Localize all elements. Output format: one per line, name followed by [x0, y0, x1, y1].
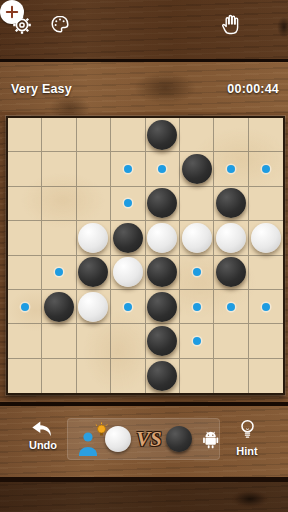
board-cell-r2c2[interactable]	[77, 187, 111, 221]
board-cell-r0c4[interactable]	[146, 118, 180, 152]
players-panel: VS	[67, 418, 220, 460]
vs-label: VS	[136, 429, 162, 450]
board-cell-r0c3[interactable]	[111, 118, 145, 152]
board-cell-r4c4[interactable]	[146, 256, 180, 290]
board-cell-r2c6[interactable]	[214, 187, 248, 221]
move-marker-dot	[193, 337, 201, 345]
board-cell-r5c2[interactable]	[77, 290, 111, 324]
undo-arrow-icon	[31, 421, 55, 437]
board-cell-r6c4[interactable]	[146, 324, 180, 358]
board-cell-r4c5[interactable]	[180, 256, 214, 290]
board-cell-r3c5[interactable]	[180, 221, 214, 255]
pause-hand-button[interactable]	[221, 13, 242, 35]
board-cell-r2c7[interactable]	[249, 187, 283, 221]
gear-icon	[12, 15, 32, 35]
board-cell-r4c1[interactable]	[42, 256, 76, 290]
board-cell-r2c5[interactable]	[180, 187, 214, 221]
board-cell-r6c2[interactable]	[77, 324, 111, 358]
move-marker-dot	[124, 199, 132, 207]
board-cell-r7c5[interactable]	[180, 359, 214, 393]
board-cell-r0c1[interactable]	[42, 118, 76, 152]
hint-button[interactable]: Hint	[228, 417, 266, 457]
board-cell-r6c5[interactable]	[180, 324, 214, 358]
board-cell-r6c3[interactable]	[111, 324, 145, 358]
white-stone	[78, 223, 108, 253]
thinking-bulb-icon	[94, 422, 109, 438]
board-cell-r4c2[interactable]	[77, 256, 111, 290]
board-cell-r5c7[interactable]	[249, 290, 283, 324]
black-stone	[147, 188, 177, 218]
board-cell-r3c3[interactable]	[111, 221, 145, 255]
board-cell-r1c6[interactable]	[214, 152, 248, 186]
black-stone	[78, 257, 108, 287]
board-cell-r7c6[interactable]	[214, 359, 248, 393]
hint-bulb-icon	[238, 417, 257, 443]
board-cell-r7c4[interactable]	[146, 359, 180, 393]
board-cell-r1c1[interactable]	[42, 152, 76, 186]
board-cell-r3c4[interactable]	[146, 221, 180, 255]
move-marker-dot	[124, 303, 132, 311]
black-stone	[147, 326, 177, 356]
board-cell-r1c7[interactable]	[249, 152, 283, 186]
board-cell-r5c0[interactable]	[8, 290, 42, 324]
board-cell-r3c2[interactable]	[77, 221, 111, 255]
android-robot-icon	[202, 427, 219, 452]
move-marker-dot	[124, 165, 132, 173]
hint-label: Hint	[236, 445, 257, 457]
board-cell-r2c4[interactable]	[146, 187, 180, 221]
board-cell-r0c7[interactable]	[249, 118, 283, 152]
board-cell-r3c7[interactable]	[249, 221, 283, 255]
board-cell-r7c7[interactable]	[249, 359, 283, 393]
difficulty-label: Very Easy	[11, 82, 72, 96]
board-cell-r6c7[interactable]	[249, 324, 283, 358]
board-cell-r3c0[interactable]	[8, 221, 42, 255]
move-marker-dot	[158, 165, 166, 173]
move-marker-dot	[227, 303, 235, 311]
move-marker-dot	[55, 268, 63, 276]
game-timer: 00:00:44	[227, 82, 279, 96]
board-cell-r1c4[interactable]	[146, 152, 180, 186]
app-screen: Very Easy 00:00:44 Undo VS	[0, 0, 288, 512]
board-cell-r3c6[interactable]	[214, 221, 248, 255]
board-cell-r4c7[interactable]	[249, 256, 283, 290]
undo-label: Undo	[29, 439, 57, 451]
board-cell-r6c6[interactable]	[214, 324, 248, 358]
settings-button[interactable]	[12, 15, 32, 35]
white-stone	[251, 223, 281, 253]
move-marker-dot	[193, 268, 201, 276]
black-stone	[182, 154, 212, 184]
board-cell-r6c1[interactable]	[42, 324, 76, 358]
board-cell-r5c4[interactable]	[146, 290, 180, 324]
white-stone	[78, 292, 108, 322]
white-stone	[216, 223, 246, 253]
hand-icon	[221, 13, 242, 35]
board-cell-r7c3[interactable]	[111, 359, 145, 393]
move-marker-dot	[262, 165, 270, 173]
move-marker-dot	[193, 303, 201, 311]
human-player	[77, 430, 99, 456]
board-cell-r1c5[interactable]	[180, 152, 214, 186]
board-cell-r6c0[interactable]	[8, 324, 42, 358]
board-cell-r4c3[interactable]	[111, 256, 145, 290]
game-board	[6, 116, 285, 395]
black-stone-ai	[166, 426, 192, 452]
board-cell-r5c6[interactable]	[214, 290, 248, 324]
black-stone	[216, 188, 246, 218]
black-stone	[147, 361, 177, 391]
board-cell-r0c5[interactable]	[180, 118, 214, 152]
white-stone	[113, 257, 143, 287]
white-stone	[182, 223, 212, 253]
board-cell-r5c5[interactable]	[180, 290, 214, 324]
move-marker-dot	[227, 165, 235, 173]
board-cell-r3c1[interactable]	[42, 221, 76, 255]
black-stone	[113, 223, 143, 253]
board-cell-r2c0[interactable]	[8, 187, 42, 221]
move-marker-dot	[262, 303, 270, 311]
board-cell-r5c1[interactable]	[42, 290, 76, 324]
board-cell-r4c6[interactable]	[214, 256, 248, 290]
board-cell-r5c3[interactable]	[111, 290, 145, 324]
board-cell-r1c3[interactable]	[111, 152, 145, 186]
board-cell-r1c2[interactable]	[77, 152, 111, 186]
board-cell-r4c0[interactable]	[8, 256, 42, 290]
black-stone	[147, 292, 177, 322]
board-cell-r7c1[interactable]	[42, 359, 76, 393]
black-stone	[216, 257, 246, 287]
board-cell-r0c6[interactable]	[214, 118, 248, 152]
black-stone	[44, 292, 74, 322]
board-cell-r2c3[interactable]	[111, 187, 145, 221]
board-cell-r0c2[interactable]	[77, 118, 111, 152]
white-stone	[147, 223, 177, 253]
palette-icon	[50, 14, 70, 34]
board-cell-r1c0[interactable]	[8, 152, 42, 186]
board-cell-r7c2[interactable]	[77, 359, 111, 393]
black-stone	[147, 120, 177, 150]
theme-button[interactable]	[50, 14, 70, 34]
board-cell-r7c0[interactable]	[8, 359, 42, 393]
black-stone	[147, 257, 177, 287]
board-cell-r2c1[interactable]	[42, 187, 76, 221]
board-cell-r0c0[interactable]	[8, 118, 42, 152]
move-marker-dot	[21, 303, 29, 311]
undo-button[interactable]: Undo	[20, 421, 66, 451]
